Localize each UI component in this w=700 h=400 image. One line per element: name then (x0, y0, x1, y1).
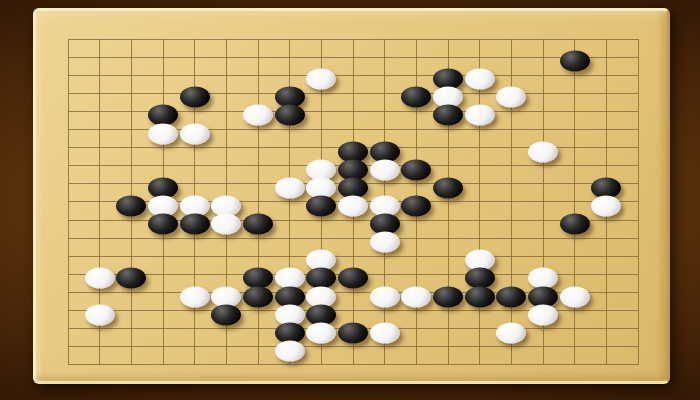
stone-black[interactable] (560, 214, 590, 235)
go-app-background (0, 0, 700, 400)
stone-white[interactable] (180, 123, 210, 144)
stone-black[interactable] (433, 286, 463, 307)
stone-white[interactable] (560, 286, 590, 307)
stone-black[interactable] (465, 286, 495, 307)
stone-black[interactable] (496, 286, 526, 307)
stone-black[interactable] (180, 214, 210, 235)
stone-black[interactable] (180, 87, 210, 108)
stone-black[interactable] (211, 304, 241, 325)
grid-line-horizontal (68, 238, 638, 239)
stone-black[interactable] (401, 195, 431, 216)
stone-black[interactable] (243, 286, 273, 307)
stone-white[interactable] (306, 69, 336, 90)
stone-white[interactable] (243, 105, 273, 126)
stone-white[interactable] (370, 322, 400, 343)
stone-white[interactable] (211, 214, 241, 235)
stone-black[interactable] (560, 51, 590, 72)
stone-white[interactable] (465, 105, 495, 126)
stone-black[interactable] (338, 268, 368, 289)
stone-white[interactable] (370, 286, 400, 307)
grid-line-vertical (638, 39, 639, 365)
stone-black[interactable] (116, 195, 146, 216)
grid-line-horizontal (68, 256, 638, 257)
stone-black[interactable] (243, 214, 273, 235)
stone-white[interactable] (85, 268, 115, 289)
stone-white[interactable] (496, 322, 526, 343)
stone-white[interactable] (370, 159, 400, 180)
stone-white[interactable] (465, 69, 495, 90)
stone-white[interactable] (306, 322, 336, 343)
stone-black[interactable] (306, 195, 336, 216)
grid-line-vertical (574, 39, 575, 365)
grid-line-horizontal (68, 346, 638, 347)
stone-white[interactable] (496, 87, 526, 108)
stone-white[interactable] (338, 195, 368, 216)
stone-black[interactable] (275, 105, 305, 126)
stone-black[interactable] (433, 177, 463, 198)
stone-white[interactable] (275, 177, 305, 198)
go-board[interactable] (33, 8, 670, 384)
stone-white[interactable] (528, 141, 558, 162)
grid-line-horizontal (68, 364, 638, 365)
stone-white[interactable] (591, 195, 621, 216)
stone-white[interactable] (148, 123, 178, 144)
stone-white[interactable] (370, 232, 400, 253)
stone-white[interactable] (528, 304, 558, 325)
stone-black[interactable] (338, 322, 368, 343)
stone-white[interactable] (275, 340, 305, 361)
stone-black[interactable] (148, 214, 178, 235)
stone-black[interactable] (116, 268, 146, 289)
stone-white[interactable] (180, 286, 210, 307)
stone-black[interactable] (401, 159, 431, 180)
stone-white[interactable] (85, 304, 115, 325)
stone-white[interactable] (401, 286, 431, 307)
stone-black[interactable] (401, 87, 431, 108)
stone-black[interactable] (433, 105, 463, 126)
